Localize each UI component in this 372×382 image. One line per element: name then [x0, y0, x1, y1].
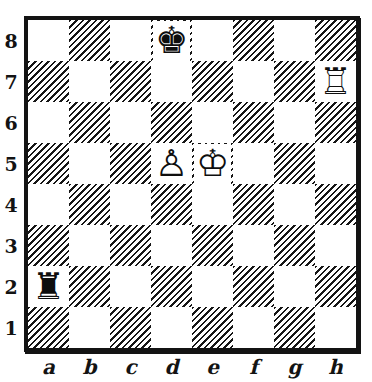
- black-king-glyph: ♚: [153, 21, 190, 61]
- square-d8[interactable]: ♚: [151, 20, 192, 61]
- square-f6[interactable]: [233, 102, 274, 143]
- square-h4[interactable]: [315, 184, 356, 225]
- square-h6[interactable]: [315, 102, 356, 143]
- square-g8[interactable]: [274, 20, 315, 61]
- white-rook-h7[interactable]: ♖: [315, 61, 356, 102]
- black-rook-a2[interactable]: ♜: [28, 266, 69, 307]
- square-d2[interactable]: [151, 266, 192, 307]
- rank-label-7: 7: [1, 61, 21, 102]
- white-rook-glyph: ♖: [319, 62, 352, 102]
- file-label-c: c: [110, 353, 151, 381]
- square-e7[interactable]: [192, 61, 233, 102]
- chess-board: ♚♖♙♔♜: [24, 16, 360, 352]
- square-a4[interactable]: [28, 184, 69, 225]
- file-label-b: b: [69, 353, 110, 381]
- rank-label-2: 2: [1, 266, 21, 307]
- rank-label-3: 3: [1, 225, 21, 266]
- square-b8[interactable]: [69, 20, 110, 61]
- square-b7[interactable]: [69, 61, 110, 102]
- square-a7[interactable]: [28, 61, 69, 102]
- file-label-h: h: [315, 353, 356, 381]
- square-f4[interactable]: [233, 184, 274, 225]
- square-h5[interactable]: [315, 143, 356, 184]
- rank-label-8: 8: [1, 20, 21, 61]
- square-h7[interactable]: ♖: [315, 61, 356, 102]
- square-a6[interactable]: [28, 102, 69, 143]
- file-label-g: g: [274, 353, 315, 381]
- square-f3[interactable]: [233, 225, 274, 266]
- square-g6[interactable]: [274, 102, 315, 143]
- square-c2[interactable]: [110, 266, 151, 307]
- rank-label-5: 5: [1, 143, 21, 184]
- square-g1[interactable]: [274, 307, 315, 348]
- rank-label-4: 4: [1, 184, 21, 225]
- square-g4[interactable]: [274, 184, 315, 225]
- file-label-f: f: [233, 353, 274, 381]
- square-g5[interactable]: [274, 143, 315, 184]
- square-e5[interactable]: ♔: [192, 143, 233, 184]
- square-d1[interactable]: [151, 307, 192, 348]
- square-b4[interactable]: [69, 184, 110, 225]
- square-c3[interactable]: [110, 225, 151, 266]
- square-d6[interactable]: [151, 102, 192, 143]
- square-c6[interactable]: [110, 102, 151, 143]
- white-pawn-glyph: ♙: [155, 144, 188, 184]
- square-e1[interactable]: [192, 307, 233, 348]
- square-a5[interactable]: [28, 143, 69, 184]
- square-e2[interactable]: [192, 266, 233, 307]
- rank-label-1: 1: [1, 307, 21, 348]
- file-label-d: d: [151, 353, 192, 381]
- square-a1[interactable]: [28, 307, 69, 348]
- square-a8[interactable]: [28, 20, 69, 61]
- square-e4[interactable]: [192, 184, 233, 225]
- square-e3[interactable]: [192, 225, 233, 266]
- square-f1[interactable]: [233, 307, 274, 348]
- square-b5[interactable]: [69, 143, 110, 184]
- square-g2[interactable]: [274, 266, 315, 307]
- square-f7[interactable]: [233, 61, 274, 102]
- square-g3[interactable]: [274, 225, 315, 266]
- rank-labels: 87654321: [1, 20, 21, 348]
- square-d4[interactable]: [151, 184, 192, 225]
- square-c7[interactable]: [110, 61, 151, 102]
- file-label-a: a: [28, 353, 69, 381]
- square-b3[interactable]: [69, 225, 110, 266]
- square-h8[interactable]: [315, 20, 356, 61]
- square-h1[interactable]: [315, 307, 356, 348]
- square-b6[interactable]: [69, 102, 110, 143]
- square-d3[interactable]: [151, 225, 192, 266]
- square-c4[interactable]: [110, 184, 151, 225]
- chess-diagram: 87654321 ♚♖♙♔♜ abcdefgh: [0, 0, 372, 382]
- square-e6[interactable]: [192, 102, 233, 143]
- square-a2[interactable]: ♜: [28, 266, 69, 307]
- black-king-d8[interactable]: ♚: [151, 20, 192, 61]
- square-f5[interactable]: [233, 143, 274, 184]
- square-d7[interactable]: [151, 61, 192, 102]
- square-b1[interactable]: [69, 307, 110, 348]
- white-king-glyph: ♔: [194, 144, 231, 184]
- white-pawn-d5[interactable]: ♙: [151, 143, 192, 184]
- file-label-e: e: [192, 353, 233, 381]
- square-a3[interactable]: [28, 225, 69, 266]
- square-h2[interactable]: [315, 266, 356, 307]
- black-rook-glyph: ♜: [32, 267, 65, 307]
- square-b2[interactable]: [69, 266, 110, 307]
- square-c1[interactable]: [110, 307, 151, 348]
- square-f2[interactable]: [233, 266, 274, 307]
- square-c5[interactable]: [110, 143, 151, 184]
- white-king-e5[interactable]: ♔: [192, 143, 233, 184]
- square-d5[interactable]: ♙: [151, 143, 192, 184]
- rank-label-6: 6: [1, 102, 21, 143]
- file-labels: abcdefgh: [28, 353, 356, 381]
- square-c8[interactable]: [110, 20, 151, 61]
- square-f8[interactable]: [233, 20, 274, 61]
- square-h3[interactable]: [315, 225, 356, 266]
- square-e8[interactable]: [192, 20, 233, 61]
- square-g7[interactable]: [274, 61, 315, 102]
